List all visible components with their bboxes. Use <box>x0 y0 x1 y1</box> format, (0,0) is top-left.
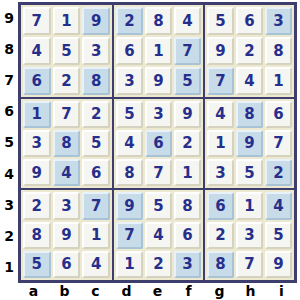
cell-e8[interactable]: 1 <box>145 37 172 65</box>
cell-i9[interactable]: 3 <box>265 7 292 35</box>
cell-c9[interactable]: 9 <box>82 7 110 35</box>
cell-h5[interactable]: 9 <box>236 130 263 157</box>
cell-i4[interactable]: 2 <box>265 159 292 186</box>
row-label-2: 2 <box>0 221 18 252</box>
col-label-e: e <box>142 282 173 300</box>
col-label-g: g <box>204 282 235 300</box>
cell-i6[interactable]: 6 <box>265 101 292 128</box>
cell-g5[interactable]: 1 <box>207 130 234 157</box>
cell-f4[interactable]: 1 <box>174 159 201 186</box>
row-label-8: 8 <box>0 33 18 64</box>
cell-g9[interactable]: 5 <box>207 7 234 35</box>
cell-f8[interactable]: 7 <box>174 37 201 65</box>
col-label-f: f <box>173 282 204 300</box>
cell-h4[interactable]: 5 <box>236 159 263 186</box>
cell-a3[interactable]: 2 <box>23 192 51 219</box>
cell-g7[interactable]: 7 <box>207 67 234 95</box>
cell-h6[interactable]: 8 <box>236 101 263 128</box>
cell-d5[interactable]: 4 <box>116 130 143 157</box>
cell-g4[interactable]: 3 <box>207 159 234 186</box>
cell-e7[interactable]: 9 <box>145 67 172 95</box>
cell-e1[interactable]: 2 <box>145 251 172 278</box>
cell-b9[interactable]: 1 <box>53 7 81 35</box>
cell-c4[interactable]: 6 <box>82 159 110 186</box>
cell-d7[interactable]: 3 <box>116 67 143 95</box>
cell-c1[interactable]: 4 <box>82 251 110 278</box>
cell-d6[interactable]: 5 <box>116 101 143 128</box>
cell-a7[interactable]: 6 <box>23 67 51 95</box>
cell-c2[interactable]: 1 <box>82 222 110 249</box>
cell-h1[interactable]: 7 <box>236 251 263 278</box>
cell-b4[interactable]: 4 <box>53 159 81 186</box>
cell-b6[interactable]: 7 <box>53 101 81 128</box>
cell-h8[interactable]: 2 <box>236 37 263 65</box>
row-label-3: 3 <box>0 189 18 220</box>
box-8: 958746123 <box>112 188 203 280</box>
cell-b2[interactable]: 9 <box>53 222 81 249</box>
cell-e3[interactable]: 5 <box>145 192 172 219</box>
cell-d9[interactable]: 2 <box>116 7 143 35</box>
box-1: 719453628 <box>21 5 112 97</box>
row-labels: 987654321 <box>0 2 18 283</box>
cell-b5[interactable]: 8 <box>53 130 81 157</box>
cell-h7[interactable]: 4 <box>236 67 263 95</box>
cell-a2[interactable]: 8 <box>23 222 51 249</box>
col-label-a: a <box>18 282 49 300</box>
cell-a8[interactable]: 4 <box>23 37 51 65</box>
row-label-4: 4 <box>0 158 18 189</box>
cell-e2[interactable]: 4 <box>145 222 172 249</box>
cell-h3[interactable]: 1 <box>236 192 263 219</box>
row-label-1: 1 <box>0 252 18 283</box>
cell-a9[interactable]: 7 <box>23 7 51 35</box>
cell-i7[interactable]: 1 <box>265 67 292 95</box>
cell-e6[interactable]: 3 <box>145 101 172 128</box>
cell-a6[interactable]: 1 <box>23 101 51 128</box>
cell-b1[interactable]: 6 <box>53 251 81 278</box>
box-2: 284617395 <box>112 5 203 97</box>
cell-b8[interactable]: 5 <box>53 37 81 65</box>
col-label-h: h <box>235 282 266 300</box>
cell-a5[interactable]: 3 <box>23 130 51 157</box>
col-label-d: d <box>111 282 142 300</box>
col-label-i: i <box>266 282 297 300</box>
cell-a1[interactable]: 5 <box>23 251 51 278</box>
box-5: 539462871 <box>112 97 203 189</box>
cell-g1[interactable]: 8 <box>207 251 234 278</box>
cell-f7[interactable]: 5 <box>174 67 201 95</box>
row-label-9: 9 <box>0 2 18 33</box>
cell-f2[interactable]: 6 <box>174 222 201 249</box>
cell-g3[interactable]: 6 <box>207 192 234 219</box>
row-label-5: 5 <box>0 127 18 158</box>
cell-g6[interactable]: 4 <box>207 101 234 128</box>
cell-b7[interactable]: 2 <box>53 67 81 95</box>
cell-c3[interactable]: 7 <box>82 192 110 219</box>
box-7: 237891564 <box>21 188 112 280</box>
row-label-7: 7 <box>0 64 18 95</box>
cell-d3[interactable]: 9 <box>116 192 143 219</box>
cell-e5[interactable]: 6 <box>145 130 172 157</box>
cell-h2[interactable]: 3 <box>236 222 263 249</box>
col-label-b: b <box>49 282 80 300</box>
sudoku-screen: 987654321 719453628284617395563928741172… <box>0 0 300 300</box>
cell-c6[interactable]: 2 <box>82 101 110 128</box>
cell-g2[interactable]: 2 <box>207 222 234 249</box>
box-9: 614235879 <box>203 188 294 280</box>
box-6: 486197352 <box>203 97 294 189</box>
cell-c7[interactable]: 8 <box>82 67 110 95</box>
cell-i5[interactable]: 7 <box>265 130 292 157</box>
col-label-c: c <box>80 282 111 300</box>
sudoku-board: 7194536282846173955639287411723859465394… <box>18 2 297 283</box>
cell-i1[interactable]: 9 <box>265 251 292 278</box>
cell-d1[interactable]: 1 <box>116 251 143 278</box>
cell-g8[interactable]: 9 <box>207 37 234 65</box>
cell-f3[interactable]: 8 <box>174 192 201 219</box>
cell-i8[interactable]: 8 <box>265 37 292 65</box>
cell-f9[interactable]: 4 <box>174 7 201 35</box>
cell-e4[interactable]: 7 <box>145 159 172 186</box>
box-4: 172385946 <box>21 97 112 189</box>
cell-c8[interactable]: 3 <box>82 37 110 65</box>
cell-d4[interactable]: 8 <box>116 159 143 186</box>
col-labels: abcdefghi <box>18 282 297 300</box>
cell-a4[interactable]: 9 <box>23 159 51 186</box>
cell-f5[interactable]: 2 <box>174 130 201 157</box>
cell-d8[interactable]: 6 <box>116 37 143 65</box>
cell-d2[interactable]: 7 <box>116 222 143 249</box>
cell-f1[interactable]: 3 <box>174 251 201 278</box>
cell-b3[interactable]: 3 <box>53 192 81 219</box>
cell-f6[interactable]: 9 <box>174 101 201 128</box>
cell-i2[interactable]: 5 <box>265 222 292 249</box>
row-label-6: 6 <box>0 96 18 127</box>
box-3: 563928741 <box>203 5 294 97</box>
cell-h9[interactable]: 6 <box>236 7 263 35</box>
cell-c5[interactable]: 5 <box>82 130 110 157</box>
cell-i3[interactable]: 4 <box>265 192 292 219</box>
cell-e9[interactable]: 8 <box>145 7 172 35</box>
